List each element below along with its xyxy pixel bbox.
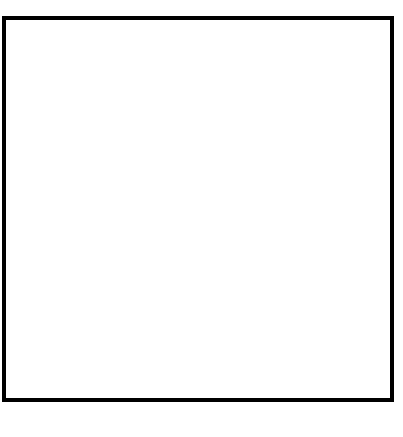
sudoku-board xyxy=(2,16,394,402)
puzzle-page xyxy=(0,0,403,437)
sudoku-grid xyxy=(6,20,390,398)
